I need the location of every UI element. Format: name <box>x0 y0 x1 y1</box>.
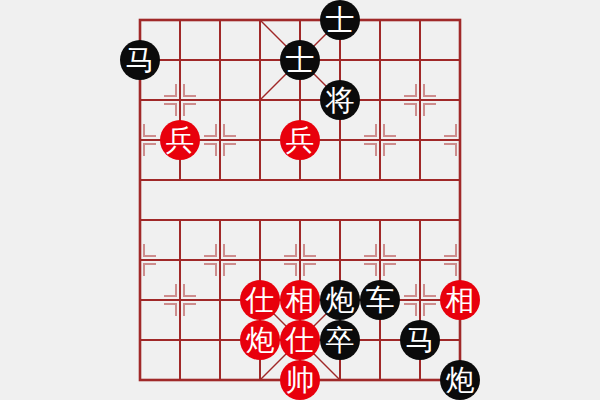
piece-black-soldier[interactable]: 卒 <box>320 320 360 360</box>
piece-black-horse[interactable]: 马 <box>120 40 160 80</box>
piece-red-advisor[interactable]: 仕 <box>280 320 320 360</box>
piece-black-chariot[interactable]: 车 <box>360 280 400 320</box>
piece-red-cannon[interactable]: 炮 <box>240 320 280 360</box>
piece-black-horse[interactable]: 马 <box>400 320 440 360</box>
piece-black-cannon[interactable]: 炮 <box>320 280 360 320</box>
xiangqi-board[interactable]: 士马士将兵兵仕相炮车相炮仕卒马帅炮 <box>0 0 600 400</box>
piece-black-cannon[interactable]: 炮 <box>440 360 480 400</box>
piece-red-elephant[interactable]: 相 <box>440 280 480 320</box>
piece-red-advisor[interactable]: 仕 <box>240 280 280 320</box>
piece-red-soldier[interactable]: 兵 <box>280 120 320 160</box>
piece-red-general[interactable]: 帅 <box>280 360 320 400</box>
piece-red-soldier[interactable]: 兵 <box>160 120 200 160</box>
piece-red-elephant[interactable]: 相 <box>280 280 320 320</box>
piece-black-general[interactable]: 将 <box>320 80 360 120</box>
piece-black-advisor[interactable]: 士 <box>320 0 360 40</box>
piece-black-advisor[interactable]: 士 <box>280 40 320 80</box>
